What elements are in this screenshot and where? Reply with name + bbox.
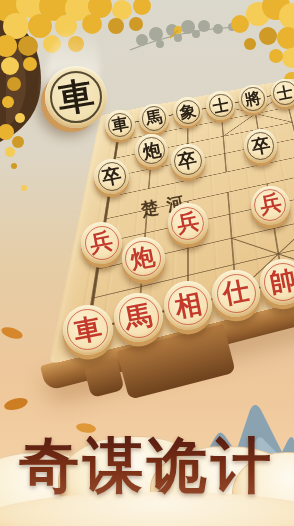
- xiangqi-piece-red-兵[interactable]: 兵: [251, 186, 290, 225]
- xiangqi-piece-black-卒[interactable]: 卒: [171, 144, 205, 178]
- xiangqi-piece-black-卒[interactable]: 卒: [94, 159, 129, 194]
- piece-glyph: 馬: [123, 302, 155, 334]
- xiangqi-piece-black-車[interactable]: 車: [105, 110, 135, 140]
- xiangqi-piece-black-士[interactable]: 士: [206, 91, 235, 120]
- piece-glyph: 象: [178, 102, 197, 121]
- piece-glyph: 炮: [129, 245, 157, 273]
- piece-glyph: 仕: [221, 278, 252, 309]
- xiangqi-piece-black-象[interactable]: 象: [173, 97, 202, 126]
- banner-title: 奇谋诡计: [0, 436, 294, 496]
- piece-glyph: 卒: [101, 166, 124, 189]
- piece-glyph: 車: [110, 115, 129, 134]
- xiangqi-piece-black-將[interactable]: 將: [239, 85, 268, 114]
- piece-glyph: 卒: [177, 150, 199, 172]
- floating-piece-glyph: 車: [55, 76, 96, 117]
- piece-glyph: 兵: [175, 211, 201, 237]
- piece-glyph: 帥: [268, 267, 294, 297]
- piece-glyph: 馬: [145, 109, 164, 128]
- xiangqi-piece-black-炮[interactable]: 炮: [135, 134, 168, 167]
- floating-chariot-piece[interactable]: 車: [45, 66, 107, 128]
- xiangqi-piece-red-仕[interactable]: 仕: [212, 270, 260, 318]
- xiangqi-piece-red-帥[interactable]: 帥: [260, 259, 294, 306]
- piece-glyph: 卒: [250, 135, 271, 156]
- xiangqi-piece-red-炮[interactable]: 炮: [122, 237, 165, 280]
- piece-glyph: 兵: [258, 192, 283, 217]
- piece-glyph: 炮: [141, 140, 162, 161]
- piece-glyph: 兵: [88, 230, 115, 257]
- xiangqi-piece-black-卒[interactable]: 卒: [244, 129, 277, 162]
- piece-glyph: 士: [276, 84, 294, 102]
- piece-glyph: 車: [72, 314, 104, 346]
- xiangqi-piece-red-兵[interactable]: 兵: [168, 203, 208, 243]
- piece-glyph: 士: [211, 96, 230, 115]
- xiangqi-piece-red-車[interactable]: 車: [63, 305, 113, 355]
- piece-glyph: 將: [244, 90, 262, 108]
- xiangqi-piece-red-兵[interactable]: 兵: [81, 222, 123, 264]
- xiangqi-piece-red-相[interactable]: 相: [164, 281, 212, 329]
- xiangqi-piece-black-馬[interactable]: 馬: [139, 104, 169, 134]
- splash-screen: 楚河 車馬象士將士象馬車炮炮卒卒卒卒卒兵兵兵兵兵炮炮車馬相仕帥仕相馬車 車 奇谋…: [0, 0, 294, 526]
- xiangqi-piece-red-馬[interactable]: 馬: [114, 293, 163, 342]
- xiangqi-piece-black-士[interactable]: 士: [271, 79, 294, 107]
- piece-glyph: 相: [172, 290, 203, 321]
